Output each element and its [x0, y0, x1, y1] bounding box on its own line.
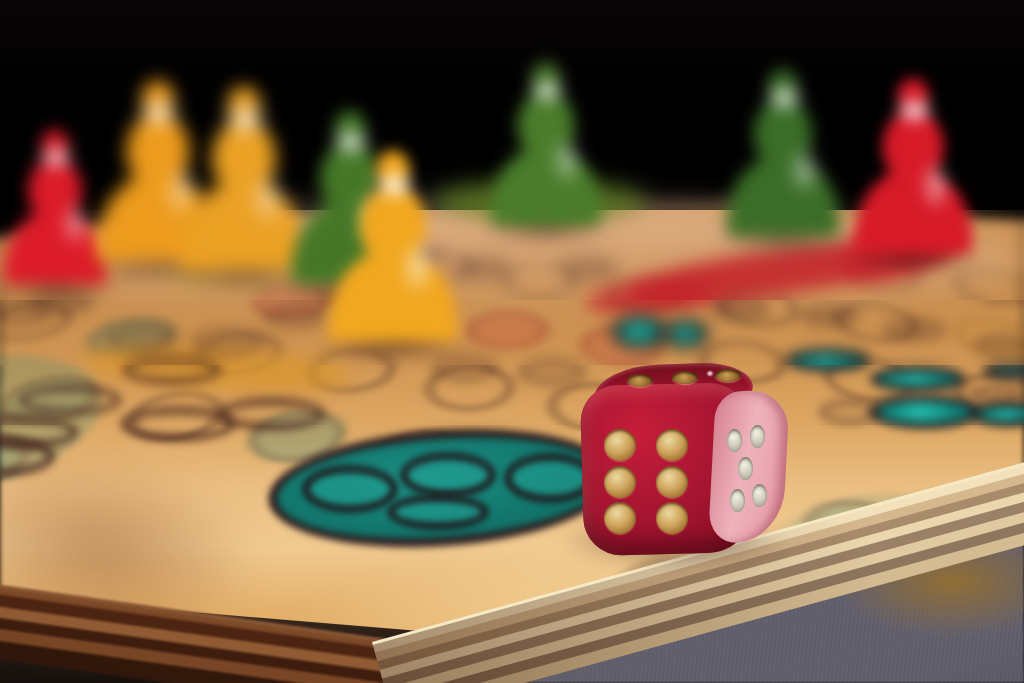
track-ring — [121, 407, 235, 441]
die-pip-front — [604, 429, 636, 461]
die-pip-right — [752, 484, 767, 507]
die-pip-right — [738, 457, 753, 480]
die-pip-top — [672, 371, 698, 384]
pawn-specular — [764, 83, 805, 113]
track-ring — [820, 401, 880, 423]
pawn-specular — [223, 103, 268, 135]
pawn-sheen — [919, 158, 953, 213]
die-pip-front — [656, 466, 688, 498]
track-ring — [19, 385, 121, 415]
track-ring — [970, 386, 1024, 402]
pawn-sheen — [399, 237, 436, 296]
die-pip-top — [627, 374, 653, 387]
die-sparkle — [706, 370, 714, 377]
pawn-red[interactable]: ♟ — [857, 82, 970, 264]
pawn-specular — [527, 76, 567, 105]
track-ring — [802, 308, 858, 324]
green-base-circle — [400, 452, 496, 498]
teal-field — [970, 401, 1024, 427]
die-pip-front — [604, 502, 636, 534]
pawn-specular — [371, 168, 418, 202]
pawn-specular — [893, 95, 936, 126]
die-pip-right — [750, 425, 765, 448]
pawn-green[interactable]: ♟ — [729, 71, 837, 245]
die-pip-front — [656, 502, 688, 534]
green-base-circle — [387, 494, 489, 530]
teal-field — [869, 395, 981, 429]
track-ring — [192, 331, 264, 353]
track-ring — [712, 302, 768, 318]
track-ring — [519, 361, 585, 383]
die-pip-front — [656, 429, 688, 461]
pawn-sheen — [551, 135, 583, 186]
teal-field — [982, 363, 1024, 379]
teal-field — [870, 366, 966, 392]
teal-field — [663, 319, 709, 349]
die-pip-front — [604, 466, 636, 498]
photo-stage: ♟♟♟♟♟♟♟♟ — [0, 0, 1024, 683]
die-pip-right — [730, 489, 745, 512]
track-ring — [974, 336, 1024, 352]
red-die[interactable] — [588, 360, 800, 565]
green-base-circle — [302, 465, 398, 513]
teal-field — [611, 315, 669, 349]
pawn-yellow[interactable]: ♟ — [332, 154, 455, 352]
pawn-green[interactable]: ♟ — [493, 64, 598, 234]
track-ring — [123, 356, 221, 384]
die-pip-top — [715, 369, 741, 382]
pawn-sheen — [788, 144, 820, 196]
track-ring — [884, 321, 944, 339]
die-pip-right — [727, 429, 742, 452]
